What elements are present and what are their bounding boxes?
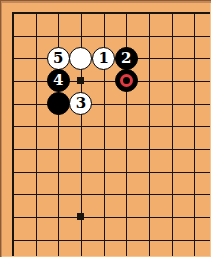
- stone-black-move-4: 4: [47, 69, 70, 92]
- stone-white: [69, 47, 92, 70]
- board-frame-outline-top: [0, 0, 211, 1]
- go-board-diagram: 51243: [0, 0, 211, 257]
- star-point: [77, 77, 84, 84]
- stone-white-move-1: 1: [92, 47, 115, 70]
- stone-black-move-2: 2: [115, 47, 138, 70]
- stone-black-marked: [115, 69, 138, 92]
- circle-mark-icon: [120, 74, 133, 87]
- board-grid: 51243: [2, 2, 206, 251]
- stone-black: [47, 92, 70, 115]
- board-frame-outline-left: [0, 0, 1, 257]
- star-point: [77, 213, 84, 220]
- board-frame-top: [0, 1, 211, 3]
- stone-white-move-5: 5: [47, 47, 70, 70]
- stone-white-move-3: 3: [69, 92, 92, 115]
- board-edge-highlight-right: [210, 0, 211, 257]
